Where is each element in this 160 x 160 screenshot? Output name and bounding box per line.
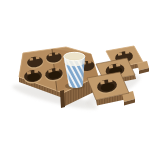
paper-cup: [64, 52, 85, 89]
cup-rim: [64, 52, 85, 60]
photo-canvas: [0, 0, 160, 160]
product-photo: [0, 0, 160, 160]
